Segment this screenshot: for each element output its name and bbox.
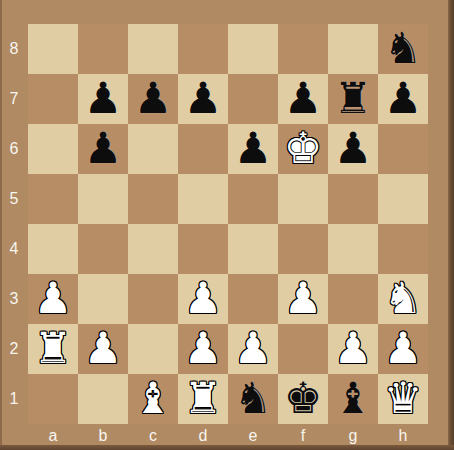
square-f5[interactable] [278, 174, 328, 224]
square-c3[interactable] [128, 274, 178, 324]
square-c4[interactable] [128, 224, 178, 274]
square-a1[interactable] [28, 374, 78, 424]
black-knight[interactable]: ♞ [384, 23, 423, 73]
white-pawn[interactable]: ♟ [84, 323, 123, 373]
square-e5[interactable] [228, 174, 278, 224]
square-d7[interactable]: ♟ [178, 74, 228, 124]
square-c6[interactable] [128, 124, 178, 174]
square-b7[interactable]: ♟ [78, 74, 128, 124]
black-rook[interactable]: ♜ [334, 73, 373, 123]
square-d6[interactable] [178, 124, 228, 174]
square-a8[interactable] [28, 24, 78, 74]
square-e1[interactable]: ♞ [228, 374, 278, 424]
square-c2[interactable] [128, 324, 178, 374]
square-a4[interactable] [28, 224, 78, 274]
black-king[interactable]: ♚ [284, 373, 323, 423]
square-c8[interactable] [128, 24, 178, 74]
white-queen[interactable]: ♛ [384, 373, 423, 423]
white-pawn[interactable]: ♟ [184, 323, 223, 373]
white-pawn[interactable]: ♟ [234, 323, 273, 373]
white-rook[interactable]: ♜ [184, 373, 223, 423]
square-e2[interactable]: ♟ [228, 324, 278, 374]
square-g5[interactable] [328, 174, 378, 224]
square-h1[interactable]: ♛ [378, 374, 428, 424]
square-e6[interactable]: ♟ [228, 124, 278, 174]
white-pawn[interactable]: ♟ [384, 323, 423, 373]
file-label-g: g [328, 424, 378, 445]
black-pawn[interactable]: ♟ [84, 73, 123, 123]
square-d3[interactable]: ♟ [178, 274, 228, 324]
square-g8[interactable] [328, 24, 378, 74]
square-b6[interactable]: ♟ [78, 124, 128, 174]
square-c7[interactable]: ♟ [128, 74, 178, 124]
rank-label-2: 2 [2, 324, 26, 374]
square-d1[interactable]: ♜ [178, 374, 228, 424]
white-pawn[interactable]: ♟ [284, 273, 323, 323]
black-pawn[interactable]: ♟ [384, 73, 423, 123]
rank-label-6: 6 [2, 124, 26, 174]
square-f8[interactable] [278, 24, 328, 74]
white-king[interactable]: ♚ [284, 123, 323, 173]
square-g1[interactable]: ♝ [328, 374, 378, 424]
black-pawn[interactable]: ♟ [334, 123, 373, 173]
square-g4[interactable] [328, 224, 378, 274]
white-knight[interactable]: ♞ [384, 273, 423, 323]
file-label-e: e [228, 424, 278, 445]
black-bishop[interactable]: ♝ [334, 373, 373, 423]
square-d8[interactable] [178, 24, 228, 74]
square-g7[interactable]: ♜ [328, 74, 378, 124]
square-a6[interactable] [28, 124, 78, 174]
rank-label-1: 1 [2, 374, 26, 424]
square-h3[interactable]: ♞ [378, 274, 428, 324]
white-pawn[interactable]: ♟ [184, 273, 223, 323]
square-e4[interactable] [228, 224, 278, 274]
chess-board: ♞♟♟♟♟♜♟♟♟♚♟♟♟♟♞♜♟♟♟♟♟♝♜♞♚♝♛ [28, 24, 428, 424]
square-g6[interactable]: ♟ [328, 124, 378, 174]
square-b1[interactable] [78, 374, 128, 424]
board-edge-bottom [0, 445, 454, 450]
square-f2[interactable] [278, 324, 328, 374]
square-c1[interactable]: ♝ [128, 374, 178, 424]
square-h2[interactable]: ♟ [378, 324, 428, 374]
square-e7[interactable] [228, 74, 278, 124]
black-pawn[interactable]: ♟ [134, 73, 173, 123]
black-pawn[interactable]: ♟ [234, 123, 273, 173]
white-rook[interactable]: ♜ [34, 323, 73, 373]
file-label-c: c [128, 424, 178, 445]
square-h6[interactable] [378, 124, 428, 174]
rank-label-4: 4 [2, 224, 26, 274]
black-pawn[interactable]: ♟ [84, 123, 123, 173]
file-label-f: f [278, 424, 328, 445]
square-f7[interactable]: ♟ [278, 74, 328, 124]
board-edge-left [0, 0, 2, 450]
square-c5[interactable] [128, 174, 178, 224]
square-d5[interactable] [178, 174, 228, 224]
square-f4[interactable] [278, 224, 328, 274]
square-h4[interactable] [378, 224, 428, 274]
square-d2[interactable]: ♟ [178, 324, 228, 374]
square-g2[interactable]: ♟ [328, 324, 378, 374]
white-bishop[interactable]: ♝ [134, 373, 173, 423]
square-a2[interactable]: ♜ [28, 324, 78, 374]
square-b5[interactable] [78, 174, 128, 224]
white-pawn[interactable]: ♟ [334, 323, 373, 373]
square-a7[interactable] [28, 74, 78, 124]
square-g3[interactable] [328, 274, 378, 324]
square-a5[interactable] [28, 174, 78, 224]
chessboard-widget: ♞♟♟♟♟♜♟♟♟♚♟♟♟♟♞♜♟♟♟♟♟♝♜♞♚♝♛ 87654321 abc… [0, 0, 454, 450]
rank-label-7: 7 [2, 74, 26, 124]
square-b3[interactable] [78, 274, 128, 324]
file-label-b: b [78, 424, 128, 445]
square-f6[interactable]: ♚ [278, 124, 328, 174]
square-b2[interactable]: ♟ [78, 324, 128, 374]
black-pawn[interactable]: ♟ [284, 73, 323, 123]
square-e8[interactable] [228, 24, 278, 74]
file-label-h: h [378, 424, 428, 445]
square-h7[interactable]: ♟ [378, 74, 428, 124]
rank-label-8: 8 [2, 24, 26, 74]
board-edge-right [448, 0, 454, 450]
file-label-a: a [28, 424, 78, 445]
square-a3[interactable]: ♟ [28, 274, 78, 324]
square-b8[interactable] [78, 24, 128, 74]
square-e3[interactable] [228, 274, 278, 324]
square-b4[interactable] [78, 224, 128, 274]
square-h8[interactable]: ♞ [378, 24, 428, 74]
rank-label-3: 3 [2, 274, 26, 324]
square-f3[interactable]: ♟ [278, 274, 328, 324]
square-d4[interactable] [178, 224, 228, 274]
square-f1[interactable]: ♚ [278, 374, 328, 424]
black-pawn[interactable]: ♟ [184, 73, 223, 123]
black-knight[interactable]: ♞ [234, 373, 273, 423]
white-pawn[interactable]: ♟ [34, 273, 73, 323]
rank-label-5: 5 [2, 174, 26, 224]
file-label-d: d [178, 424, 228, 445]
square-h5[interactable] [378, 174, 428, 224]
